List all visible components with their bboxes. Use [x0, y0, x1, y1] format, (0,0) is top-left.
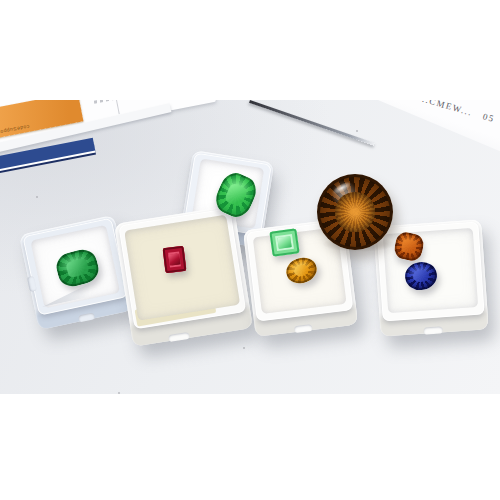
dust-speck [118, 392, 120, 394]
photo-area: codeSupport 1 o 2 ..CMEW... 05 [0, 100, 500, 394]
gem-box-b-notch [78, 312, 96, 322]
orange-document-text: codeSupport [0, 124, 30, 136]
photo-canvas: codeSupport 1 o 2 ..CMEW... 05 [0, 0, 500, 500]
gem-box-c-notch [168, 332, 189, 342]
gem-box-c [114, 205, 253, 346]
dust-speck [356, 130, 358, 132]
amber-round-gem-core [335, 192, 375, 232]
dust-speck [243, 347, 245, 349]
mint-square-gem [269, 228, 299, 257]
paper-column-line [110, 100, 119, 114]
paper-top-right: ..CMEW... 05 [372, 100, 500, 156]
paper-top-right-text: ..CMEW... 05 [421, 100, 496, 124]
gem-box-e-notch [424, 326, 443, 334]
paper-top-right-edge [249, 100, 375, 146]
dust-speck [36, 196, 38, 198]
gem-box-d-notch [294, 324, 312, 333]
red-ruby-gem [163, 246, 187, 273]
amber-round-gem [317, 174, 393, 250]
